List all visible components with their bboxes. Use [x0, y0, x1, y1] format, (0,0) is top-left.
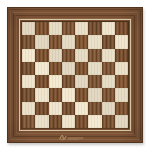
square-b3[interactable]	[35, 88, 48, 101]
square-e5[interactable]	[75, 62, 88, 75]
square-d5[interactable]	[62, 62, 75, 75]
square-h4[interactable]	[115, 75, 128, 88]
square-e7[interactable]	[75, 35, 88, 48]
playing-field	[22, 22, 128, 128]
square-g1[interactable]	[102, 115, 115, 128]
board-frame-left-rail	[7, 7, 22, 143]
square-d2[interactable]	[62, 102, 75, 115]
board-frame-bottom-rail	[7, 128, 143, 143]
square-c5[interactable]	[49, 62, 62, 75]
square-h2[interactable]	[115, 102, 128, 115]
square-b8[interactable]	[35, 22, 48, 35]
square-a5[interactable]	[22, 62, 35, 75]
square-b7[interactable]	[35, 35, 48, 48]
square-e2[interactable]	[75, 102, 88, 115]
square-g5[interactable]	[102, 62, 115, 75]
square-d3[interactable]	[62, 88, 75, 101]
square-a4[interactable]	[22, 75, 35, 88]
square-c6[interactable]	[49, 49, 62, 62]
square-g7[interactable]	[102, 35, 115, 48]
product-photo	[0, 0, 150, 150]
square-g3[interactable]	[102, 88, 115, 101]
square-a3[interactable]	[22, 88, 35, 101]
square-g4[interactable]	[102, 75, 115, 88]
square-b5[interactable]	[35, 62, 48, 75]
square-a7[interactable]	[22, 35, 35, 48]
square-f2[interactable]	[88, 102, 101, 115]
square-e3[interactable]	[75, 88, 88, 101]
square-h8[interactable]	[115, 22, 128, 35]
square-b4[interactable]	[35, 75, 48, 88]
chess-board	[7, 7, 143, 143]
square-f3[interactable]	[88, 88, 101, 101]
square-b2[interactable]	[35, 102, 48, 115]
square-a1[interactable]	[22, 115, 35, 128]
square-c1[interactable]	[49, 115, 62, 128]
square-g6[interactable]	[102, 49, 115, 62]
square-d1[interactable]	[62, 115, 75, 128]
square-c3[interactable]	[49, 88, 62, 101]
square-h6[interactable]	[115, 49, 128, 62]
square-h1[interactable]	[115, 115, 128, 128]
square-f4[interactable]	[88, 75, 101, 88]
square-e1[interactable]	[75, 115, 88, 128]
square-d6[interactable]	[62, 49, 75, 62]
square-a6[interactable]	[22, 49, 35, 62]
square-e6[interactable]	[75, 49, 88, 62]
square-e4[interactable]	[75, 75, 88, 88]
square-d4[interactable]	[62, 75, 75, 88]
square-g8[interactable]	[102, 22, 115, 35]
square-b6[interactable]	[35, 49, 48, 62]
board-frame-top-rail	[7, 7, 143, 22]
square-h5[interactable]	[115, 62, 128, 75]
square-d8[interactable]	[62, 22, 75, 35]
square-a2[interactable]	[22, 102, 35, 115]
square-c8[interactable]	[49, 22, 62, 35]
square-e8[interactable]	[75, 22, 88, 35]
square-h7[interactable]	[115, 35, 128, 48]
square-f8[interactable]	[88, 22, 101, 35]
square-d7[interactable]	[62, 35, 75, 48]
square-h3[interactable]	[115, 88, 128, 101]
square-g2[interactable]	[102, 102, 115, 115]
board-frame-right-rail	[128, 7, 143, 143]
square-c7[interactable]	[49, 35, 62, 48]
square-f6[interactable]	[88, 49, 101, 62]
square-f5[interactable]	[88, 62, 101, 75]
square-b1[interactable]	[35, 115, 48, 128]
square-a8[interactable]	[22, 22, 35, 35]
square-f7[interactable]	[88, 35, 101, 48]
square-f1[interactable]	[88, 115, 101, 128]
square-c4[interactable]	[49, 75, 62, 88]
square-c2[interactable]	[49, 102, 62, 115]
